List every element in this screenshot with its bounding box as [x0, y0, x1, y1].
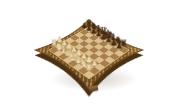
chess-set: ♜♞♝♛♚♝♞♜♟♟♟♟♟♟♟♟♟♟♟♟♟♟♟♟♜♞♝♛♚♝♞♜	[50, 11, 128, 89]
product-photo-canvas: Handcrafted carved wooden chess set with…	[0, 0, 175, 105]
board-3d-wrapper: ♜♞♝♛♚♝♞♜♟♟♟♟♟♟♟♟♟♟♟♟♟♟♟♟♜♞♝♛♚♝♞♜	[34, 19, 144, 91]
